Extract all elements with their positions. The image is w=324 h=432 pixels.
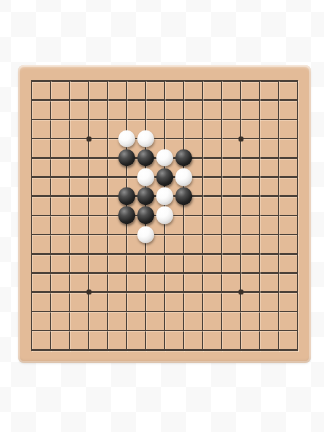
black-stone — [175, 187, 193, 205]
black-stone — [156, 168, 174, 186]
white-stone — [118, 130, 136, 148]
star-point — [238, 136, 243, 141]
black-stone — [137, 187, 155, 205]
white-stone — [137, 130, 155, 148]
goban-board[interactable] — [18, 65, 311, 363]
black-stone — [118, 187, 136, 205]
grid-line-horizontal — [31, 311, 299, 313]
black-stone — [118, 207, 136, 225]
star-point — [86, 290, 91, 295]
grid-line-vertical — [278, 80, 280, 350]
page-background: { "game": "gomoku", "board": { "size": 1… — [0, 0, 324, 432]
white-stone — [175, 168, 193, 186]
black-stone — [175, 149, 193, 167]
grid-line-vertical — [297, 80, 299, 350]
white-stone — [156, 207, 174, 225]
white-stone — [156, 187, 174, 205]
board-grid — [32, 81, 298, 350]
star-point — [86, 136, 91, 141]
black-stone — [137, 207, 155, 225]
black-stone — [118, 149, 136, 167]
white-stone — [137, 226, 155, 244]
grid-line-horizontal — [31, 330, 299, 332]
white-stone — [137, 168, 155, 186]
grid-line-horizontal — [31, 349, 299, 351]
white-stone — [156, 149, 174, 167]
black-stone — [137, 149, 155, 167]
star-point — [238, 290, 243, 295]
